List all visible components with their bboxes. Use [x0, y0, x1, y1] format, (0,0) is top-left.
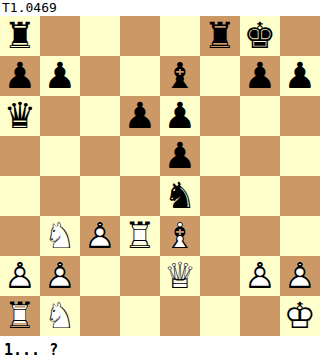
square-c4[interactable]: [80, 176, 120, 216]
square-a7[interactable]: ♟: [0, 56, 40, 96]
square-e5[interactable]: ♟: [160, 136, 200, 176]
white-pawn-piece-outline: ♙: [40, 256, 80, 296]
white-rook-piece-outline: ♖: [0, 296, 40, 336]
square-b2[interactable]: ♟♙: [40, 256, 80, 296]
square-d2[interactable]: [120, 256, 160, 296]
white-rook-piece-outline: ♖: [120, 216, 160, 256]
square-b7[interactable]: ♟: [40, 56, 80, 96]
square-c8[interactable]: [80, 16, 120, 56]
square-h2[interactable]: ♟♙: [280, 256, 320, 296]
white-knight-piece-outline: ♘: [40, 216, 80, 256]
square-a4[interactable]: [0, 176, 40, 216]
white-queen-piece-outline: ♕: [160, 256, 200, 296]
white-queen-piece: ♛: [160, 256, 200, 296]
square-b8[interactable]: [40, 16, 80, 56]
square-f3[interactable]: [200, 216, 240, 256]
chess-board: ♜♜♚♟♟♝♟♟♛♟♟♟♞♞♘♟♙♜♖♝♗♟♙♟♙♛♕♟♙♟♙♜♖♞♘♚♔: [0, 16, 320, 336]
square-d7[interactable]: [120, 56, 160, 96]
black-pawn-piece: ♟: [160, 136, 200, 176]
square-b3[interactable]: ♞♘: [40, 216, 80, 256]
square-e4[interactable]: ♞: [160, 176, 200, 216]
square-h8[interactable]: [280, 16, 320, 56]
white-bishop-piece: ♝: [160, 216, 200, 256]
square-g8[interactable]: ♚: [240, 16, 280, 56]
white-pawn-piece: ♟: [0, 256, 40, 296]
black-pawn-piece: ♟: [0, 56, 40, 96]
white-knight-piece: ♞: [40, 296, 80, 336]
square-f4[interactable]: [200, 176, 240, 216]
white-pawn-piece-outline: ♙: [240, 256, 280, 296]
square-f6[interactable]: [200, 96, 240, 136]
square-e8[interactable]: [160, 16, 200, 56]
square-c2[interactable]: [80, 256, 120, 296]
white-rook-piece: ♜: [120, 216, 160, 256]
square-g6[interactable]: [240, 96, 280, 136]
puzzle-id: T1.0469: [0, 0, 320, 16]
black-pawn-piece: ♟: [40, 56, 80, 96]
square-c3[interactable]: ♟♙: [80, 216, 120, 256]
white-pawn-piece-outline: ♙: [0, 256, 40, 296]
white-pawn-piece: ♟: [280, 256, 320, 296]
black-pawn-piece: ♟: [160, 96, 200, 136]
square-f8[interactable]: ♜: [200, 16, 240, 56]
black-knight-piece: ♞: [160, 176, 200, 216]
square-g1[interactable]: [240, 296, 280, 336]
square-h6[interactable]: [280, 96, 320, 136]
white-pawn-piece: ♟: [240, 256, 280, 296]
white-pawn-piece-outline: ♙: [80, 216, 120, 256]
square-e6[interactable]: ♟: [160, 96, 200, 136]
square-h1[interactable]: ♚♔: [280, 296, 320, 336]
square-a3[interactable]: [0, 216, 40, 256]
black-pawn-piece: ♟: [120, 96, 160, 136]
square-e7[interactable]: ♝: [160, 56, 200, 96]
square-b6[interactable]: [40, 96, 80, 136]
white-pawn-piece: ♟: [40, 256, 80, 296]
chess-puzzle-window: T1.0469 ♜♜♚♟♟♝♟♟♛♟♟♟♞♞♘♟♙♜♖♝♗♟♙♟♙♛♕♟♙♟♙♜…: [0, 0, 320, 360]
move-prompt: 1... ?: [0, 336, 320, 360]
white-bishop-piece-outline: ♗: [160, 216, 200, 256]
square-a1[interactable]: ♜♖: [0, 296, 40, 336]
white-pawn-piece: ♟: [80, 216, 120, 256]
square-f7[interactable]: [200, 56, 240, 96]
white-pawn-piece-outline: ♙: [280, 256, 320, 296]
white-rook-piece: ♜: [0, 296, 40, 336]
square-g5[interactable]: [240, 136, 280, 176]
square-d5[interactable]: [120, 136, 160, 176]
square-d8[interactable]: [120, 16, 160, 56]
black-pawn-piece: ♟: [280, 56, 320, 96]
black-king-piece: ♚: [240, 16, 280, 56]
square-e1[interactable]: [160, 296, 200, 336]
square-h4[interactable]: [280, 176, 320, 216]
white-king-piece: ♚: [280, 296, 320, 336]
square-a5[interactable]: [0, 136, 40, 176]
square-c6[interactable]: [80, 96, 120, 136]
square-f2[interactable]: [200, 256, 240, 296]
square-a6[interactable]: ♛: [0, 96, 40, 136]
square-e3[interactable]: ♝♗: [160, 216, 200, 256]
black-rook-piece: ♜: [0, 16, 40, 56]
square-d4[interactable]: [120, 176, 160, 216]
square-g3[interactable]: [240, 216, 280, 256]
square-g4[interactable]: [240, 176, 280, 216]
square-e2[interactable]: ♛♕: [160, 256, 200, 296]
square-a2[interactable]: ♟♙: [0, 256, 40, 296]
square-a8[interactable]: ♜: [0, 16, 40, 56]
square-f1[interactable]: [200, 296, 240, 336]
square-h5[interactable]: [280, 136, 320, 176]
white-king-piece-outline: ♔: [280, 296, 320, 336]
square-c7[interactable]: [80, 56, 120, 96]
square-c5[interactable]: [80, 136, 120, 176]
square-d1[interactable]: [120, 296, 160, 336]
white-knight-piece: ♞: [40, 216, 80, 256]
square-h3[interactable]: [280, 216, 320, 256]
square-b4[interactable]: [40, 176, 80, 216]
black-pawn-piece: ♟: [240, 56, 280, 96]
square-g7[interactable]: ♟: [240, 56, 280, 96]
square-b5[interactable]: [40, 136, 80, 176]
black-queen-piece: ♛: [0, 96, 40, 136]
square-g2[interactable]: ♟♙: [240, 256, 280, 296]
white-knight-piece-outline: ♘: [40, 296, 80, 336]
square-b1[interactable]: ♞♘: [40, 296, 80, 336]
square-d6[interactable]: ♟: [120, 96, 160, 136]
square-d3[interactable]: ♜♖: [120, 216, 160, 256]
square-c1[interactable]: [80, 296, 120, 336]
square-f5[interactable]: [200, 136, 240, 176]
black-bishop-piece: ♝: [160, 56, 200, 96]
square-h7[interactable]: ♟: [280, 56, 320, 96]
black-rook-piece: ♜: [200, 16, 240, 56]
